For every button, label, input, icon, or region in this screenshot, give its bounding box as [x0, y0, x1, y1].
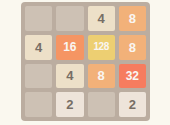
cell-empty-r4c3 — [88, 92, 115, 117]
tile-4-r1c3: 4 — [88, 6, 115, 31]
board-2048[interactable]: 484161288483222 — [21, 2, 150, 121]
tile-8-r3c3: 8 — [88, 64, 115, 89]
cell-empty-r3c1 — [25, 64, 52, 89]
tile-2-r4c2: 2 — [56, 92, 83, 117]
cell-empty-r1c2 — [56, 6, 83, 31]
tile-32-r3c4: 32 — [119, 64, 146, 89]
tile-4-r3c2: 4 — [56, 64, 83, 89]
tile-4-r2c1: 4 — [25, 35, 52, 60]
tile-2-r4c4: 2 — [119, 92, 146, 117]
tile-8-r2c4: 8 — [119, 35, 146, 60]
cell-empty-r4c1 — [25, 92, 52, 117]
tile-8-r1c4: 8 — [119, 6, 146, 31]
tile-16-r2c2: 16 — [56, 35, 83, 60]
tile-128-r2c3: 128 — [88, 35, 115, 60]
cell-empty-r1c1 — [25, 6, 52, 31]
